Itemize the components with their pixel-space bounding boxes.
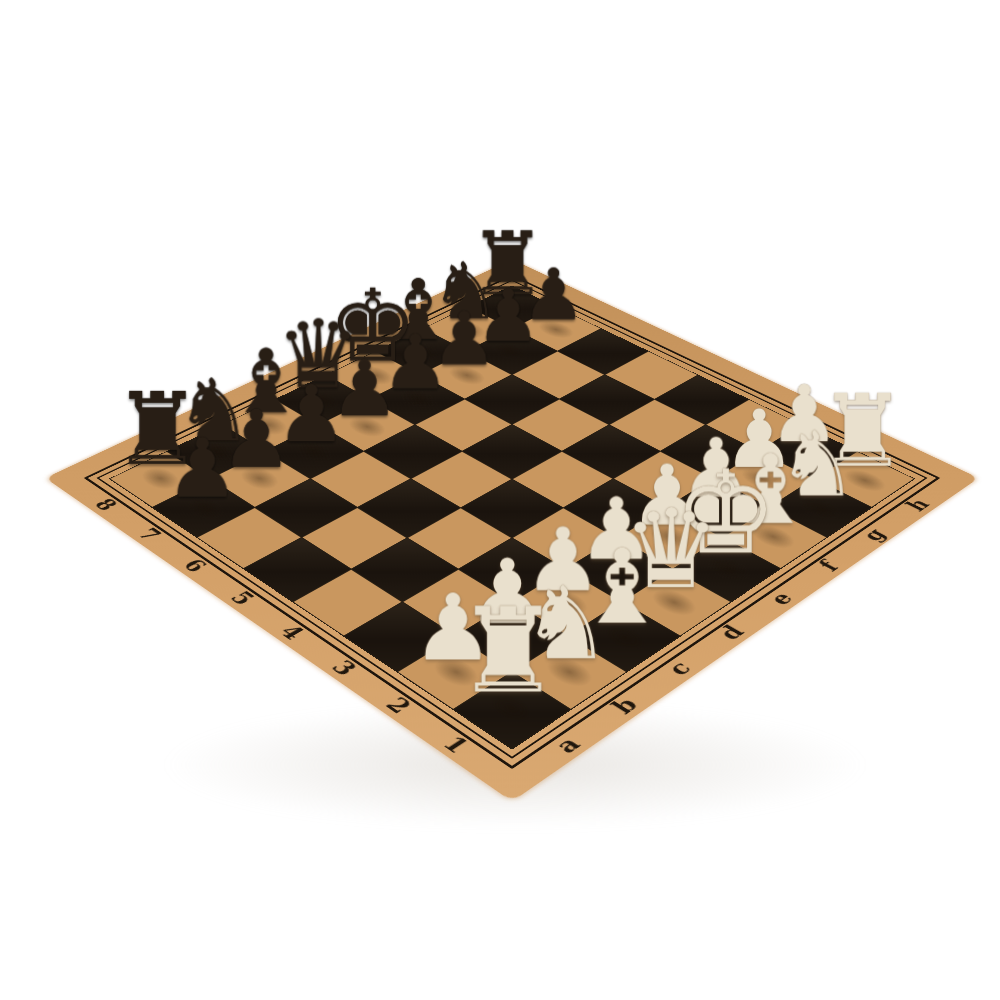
rank-label-6: 6 — [167, 549, 221, 582]
file-label-e: e — [754, 581, 810, 616]
file-label-d: d — [704, 615, 761, 651]
product-photo: ♜♟♟♜♞♟♟♞♝♟♟♝♛♟♟♛♚♟♟♚♝♟♟♝♞♟♟♞♜♟♟♜ 8765432… — [0, 0, 1000, 1000]
rank-label-4: 4 — [263, 615, 320, 651]
file-label-f: f — [802, 549, 856, 582]
rank-label-5: 5 — [214, 581, 270, 616]
square-a6[interactable] — [198, 508, 302, 568]
piece-black-pawn-a7[interactable]: ♟ — [131, 427, 274, 509]
piece-white-rook-a1[interactable]: ♜ — [426, 592, 590, 709]
file-label-h: h — [892, 490, 944, 520]
rank-label-3: 3 — [314, 649, 373, 687]
file-label-c: c — [651, 649, 710, 687]
rank-label-8: 8 — [80, 490, 132, 520]
file-label-g: g — [848, 519, 901, 551]
rank-label-7: 7 — [123, 519, 176, 551]
chess-board: ♜♟♟♜♞♟♟♞♝♟♟♝♛♟♟♛♚♟♟♚♝♟♟♝♞♟♟♞♜♟♟♜ — [109, 285, 916, 749]
